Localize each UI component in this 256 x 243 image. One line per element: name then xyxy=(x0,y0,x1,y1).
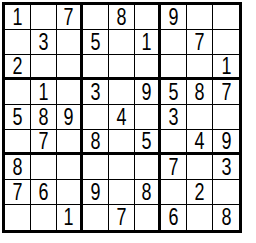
cell-r8c4[interactable]: 9 xyxy=(83,180,109,205)
given-digit: 7 xyxy=(117,206,127,229)
cell-r5c1[interactable]: 5 xyxy=(5,105,31,130)
cell-r5c4[interactable] xyxy=(83,105,109,130)
cell-r7c3[interactable] xyxy=(57,155,83,180)
given-digit: 9 xyxy=(221,130,231,153)
cell-r3c2[interactable] xyxy=(31,55,57,80)
cell-r3c9[interactable]: 1 xyxy=(213,55,239,80)
given-digit: 2 xyxy=(195,181,205,204)
given-digit: 1 xyxy=(13,6,23,29)
cell-r2c2[interactable]: 3 xyxy=(31,30,57,55)
cell-r2c9[interactable] xyxy=(213,30,239,55)
cell-r4c3[interactable] xyxy=(57,80,83,105)
cell-r1c1[interactable]: 1 xyxy=(5,5,31,30)
cell-r5c8[interactable] xyxy=(187,105,213,130)
cell-r9c4[interactable] xyxy=(83,205,109,230)
given-digit: 5 xyxy=(169,81,179,104)
given-digit: 5 xyxy=(91,31,101,54)
cell-r4c1[interactable] xyxy=(5,80,31,105)
given-digit: 1 xyxy=(142,31,152,54)
cell-r4c9[interactable]: 7 xyxy=(213,80,239,105)
cell-r4c6[interactable]: 9 xyxy=(135,80,161,105)
cell-r2c5[interactable] xyxy=(109,30,135,55)
cell-r1c6[interactable] xyxy=(135,5,161,30)
cell-r2c1[interactable] xyxy=(5,30,31,55)
cell-r6c8[interactable]: 4 xyxy=(187,130,213,155)
given-digit: 8 xyxy=(195,81,205,104)
cell-r7c6[interactable] xyxy=(135,155,161,180)
cell-r6c9[interactable]: 9 xyxy=(213,130,239,155)
given-digit: 3 xyxy=(221,156,231,179)
given-digit: 8 xyxy=(13,156,23,179)
cell-r2c8[interactable]: 7 xyxy=(187,30,213,55)
cell-r1c8[interactable] xyxy=(187,5,213,30)
cell-r3c4[interactable] xyxy=(83,55,109,80)
cell-r9c3[interactable]: 1 xyxy=(57,205,83,230)
cell-r6c6[interactable]: 5 xyxy=(135,130,161,155)
cell-r6c5[interactable] xyxy=(109,130,135,155)
cell-r6c2[interactable]: 7 xyxy=(31,130,57,155)
cell-r1c5[interactable]: 8 xyxy=(109,5,135,30)
cell-r9c2[interactable] xyxy=(31,205,57,230)
cell-r9c9[interactable]: 8 xyxy=(213,205,239,230)
given-digit: 7 xyxy=(221,81,231,104)
cell-r7c1[interactable]: 8 xyxy=(5,155,31,180)
cell-r1c9[interactable] xyxy=(213,5,239,30)
cell-r5c9[interactable] xyxy=(213,105,239,130)
given-digit: 1 xyxy=(64,206,74,229)
cell-r3c6[interactable] xyxy=(135,55,161,80)
given-digit: 9 xyxy=(64,106,74,129)
cell-r7c8[interactable] xyxy=(187,155,213,180)
cell-r7c7[interactable]: 7 xyxy=(161,155,187,180)
cell-r5c3[interactable]: 9 xyxy=(57,105,83,130)
given-digit: 5 xyxy=(13,106,23,129)
given-digit: 6 xyxy=(39,181,49,204)
given-digit: 3 xyxy=(39,31,49,54)
cell-r8c9[interactable] xyxy=(213,180,239,205)
cell-r3c5[interactable] xyxy=(109,55,135,80)
cell-r1c7[interactable]: 9 xyxy=(161,5,187,30)
cell-r8c6[interactable]: 8 xyxy=(135,180,161,205)
given-digit: 7 xyxy=(169,156,179,179)
given-digit: 5 xyxy=(142,130,152,153)
cell-r6c4[interactable]: 8 xyxy=(83,130,109,155)
cell-r5c7[interactable]: 3 xyxy=(161,105,187,130)
cell-r8c7[interactable] xyxy=(161,180,187,205)
cell-r4c8[interactable]: 8 xyxy=(187,80,213,105)
given-digit: 3 xyxy=(169,106,179,129)
cell-r4c7[interactable]: 5 xyxy=(161,80,187,105)
cell-r2c4[interactable]: 5 xyxy=(83,30,109,55)
given-digit: 9 xyxy=(169,6,179,29)
sudoku-board: 17893517211395875894378549873769821768 xyxy=(2,2,242,233)
cell-r3c7[interactable] xyxy=(161,55,187,80)
given-digit: 7 xyxy=(39,130,49,153)
cell-r6c3[interactable] xyxy=(57,130,83,155)
cell-r5c6[interactable] xyxy=(135,105,161,130)
cell-r9c5[interactable]: 7 xyxy=(109,205,135,230)
cell-r3c8[interactable] xyxy=(187,55,213,80)
sudoku-board-wrapper: 17893517211395875894378549873769821768 xyxy=(0,0,256,233)
cell-r1c2[interactable] xyxy=(31,5,57,30)
given-digit: 9 xyxy=(142,81,152,104)
cell-r6c7[interactable] xyxy=(161,130,187,155)
given-digit: 8 xyxy=(221,206,231,229)
cell-r5c2[interactable]: 8 xyxy=(31,105,57,130)
given-digit: 8 xyxy=(91,130,101,153)
given-digit: 4 xyxy=(117,106,127,129)
given-digit: 9 xyxy=(91,181,101,204)
cell-r8c1[interactable]: 7 xyxy=(5,180,31,205)
given-digit: 8 xyxy=(142,181,152,204)
given-digit: 1 xyxy=(221,55,231,78)
cell-r3c3[interactable] xyxy=(57,55,83,80)
cell-r4c5[interactable] xyxy=(109,80,135,105)
cell-r6c1[interactable] xyxy=(5,130,31,155)
cell-r1c3[interactable]: 7 xyxy=(57,5,83,30)
given-digit: 7 xyxy=(64,6,74,29)
cell-r7c4[interactable] xyxy=(83,155,109,180)
given-digit: 6 xyxy=(169,206,179,229)
given-digit: 2 xyxy=(13,55,23,78)
cell-r1c4[interactable] xyxy=(83,5,109,30)
cell-r7c2[interactable] xyxy=(31,155,57,180)
given-digit: 8 xyxy=(117,6,127,29)
cell-r8c2[interactable]: 6 xyxy=(31,180,57,205)
given-digit: 4 xyxy=(195,130,205,153)
cell-r8c8[interactable]: 2 xyxy=(187,180,213,205)
cell-r8c5[interactable] xyxy=(109,180,135,205)
given-digit: 8 xyxy=(39,106,49,129)
cell-r7c5[interactable] xyxy=(109,155,135,180)
cell-r3c1[interactable]: 2 xyxy=(5,55,31,80)
cell-r9c1[interactable] xyxy=(5,205,31,230)
cell-r4c4[interactable]: 3 xyxy=(83,80,109,105)
cell-r9c6[interactable] xyxy=(135,205,161,230)
cell-r2c6[interactable]: 1 xyxy=(135,30,161,55)
cell-r4c2[interactable]: 1 xyxy=(31,80,57,105)
given-digit: 7 xyxy=(13,181,23,204)
cell-r2c7[interactable] xyxy=(161,30,187,55)
given-digit: 1 xyxy=(39,81,49,104)
cell-r9c7[interactable]: 6 xyxy=(161,205,187,230)
given-digit: 7 xyxy=(195,31,205,54)
cell-r9c8[interactable] xyxy=(187,205,213,230)
cell-r2c3[interactable] xyxy=(57,30,83,55)
cell-r7c9[interactable]: 3 xyxy=(213,155,239,180)
cell-r5c5[interactable]: 4 xyxy=(109,105,135,130)
cell-r8c3[interactable] xyxy=(57,180,83,205)
given-digit: 3 xyxy=(91,81,101,104)
